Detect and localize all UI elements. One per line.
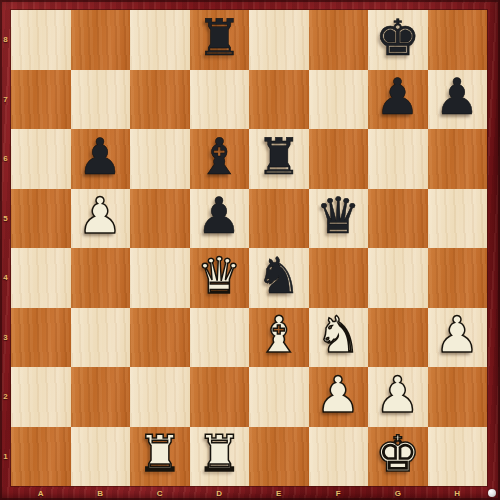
square-b4[interactable] (71, 248, 131, 308)
square-g6[interactable] (368, 129, 428, 189)
square-a3[interactable] (11, 308, 71, 368)
square-g3[interactable] (368, 308, 428, 368)
square-d7[interactable] (190, 70, 250, 130)
square-g2[interactable]: ♟ (368, 367, 428, 427)
rank-label-1: 1 (0, 427, 11, 487)
file-labels: ABCDEFGH (11, 486, 487, 500)
file-label-c: C (130, 486, 190, 500)
black-rook[interactable]: ♜ (190, 8, 250, 68)
square-d8[interactable]: ♜ (190, 10, 250, 70)
rank-labels: 87654321 (0, 10, 11, 486)
square-a5[interactable] (11, 189, 71, 249)
square-a2[interactable] (11, 367, 71, 427)
square-a8[interactable] (11, 10, 71, 70)
file-label-e: E (249, 486, 309, 500)
square-f7[interactable] (309, 70, 369, 130)
rank-label-6: 6 (0, 129, 11, 189)
rank-label-4: 4 (0, 248, 11, 308)
black-rook[interactable]: ♜ (249, 127, 309, 187)
white-pawn[interactable]: ♟ (428, 306, 488, 366)
black-pawn[interactable]: ♟ (71, 127, 131, 187)
white-king[interactable]: ♚ (368, 425, 428, 485)
chess-board-frame: ♜♚♟♟♟♝♜♟♟♛♛♞♝♞♟♟♟♜♜♚ 87654321 ABCDEFGH (0, 0, 500, 500)
square-b3[interactable] (71, 308, 131, 368)
square-c7[interactable] (130, 70, 190, 130)
square-d4[interactable]: ♛ (190, 248, 250, 308)
square-h8[interactable] (428, 10, 488, 70)
square-h5[interactable] (428, 189, 488, 249)
square-e7[interactable] (249, 70, 309, 130)
file-label-h: H (428, 486, 488, 500)
square-e8[interactable] (249, 10, 309, 70)
square-f1[interactable] (309, 427, 369, 487)
square-c3[interactable] (130, 308, 190, 368)
square-f8[interactable] (309, 10, 369, 70)
square-b5[interactable]: ♟ (71, 189, 131, 249)
black-pawn[interactable]: ♟ (190, 187, 250, 247)
black-king[interactable]: ♚ (368, 8, 428, 68)
file-label-a: A (11, 486, 71, 500)
square-b2[interactable] (71, 367, 131, 427)
square-d3[interactable] (190, 308, 250, 368)
rank-label-5: 5 (0, 189, 11, 249)
square-c4[interactable] (130, 248, 190, 308)
square-d1[interactable]: ♜ (190, 427, 250, 487)
black-bishop[interactable]: ♝ (190, 127, 250, 187)
square-g8[interactable]: ♚ (368, 10, 428, 70)
black-pawn[interactable]: ♟ (428, 68, 488, 128)
black-queen[interactable]: ♛ (309, 187, 369, 247)
file-label-b: B (71, 486, 131, 500)
square-d5[interactable]: ♟ (190, 189, 250, 249)
black-pawn[interactable]: ♟ (368, 68, 428, 128)
file-label-g: G (368, 486, 428, 500)
square-d2[interactable] (190, 367, 250, 427)
square-c1[interactable]: ♜ (130, 427, 190, 487)
square-h6[interactable] (428, 129, 488, 189)
square-e1[interactable] (249, 427, 309, 487)
square-f5[interactable]: ♛ (309, 189, 369, 249)
white-pawn[interactable]: ♟ (368, 365, 428, 425)
square-b8[interactable] (71, 10, 131, 70)
square-c5[interactable] (130, 189, 190, 249)
file-label-d: D (190, 486, 250, 500)
square-g5[interactable] (368, 189, 428, 249)
square-h2[interactable] (428, 367, 488, 427)
white-to-move-indicator (488, 489, 496, 497)
square-g1[interactable]: ♚ (368, 427, 428, 487)
square-a6[interactable] (11, 129, 71, 189)
square-e6[interactable]: ♜ (249, 129, 309, 189)
square-c8[interactable] (130, 10, 190, 70)
file-label-f: F (309, 486, 369, 500)
square-h7[interactable]: ♟ (428, 70, 488, 130)
square-f4[interactable] (309, 248, 369, 308)
square-g7[interactable]: ♟ (368, 70, 428, 130)
square-b6[interactable]: ♟ (71, 129, 131, 189)
square-f6[interactable] (309, 129, 369, 189)
square-b7[interactable] (71, 70, 131, 130)
white-rook[interactable]: ♜ (130, 425, 190, 485)
square-h4[interactable] (428, 248, 488, 308)
square-f2[interactable]: ♟ (309, 367, 369, 427)
white-rook[interactable]: ♜ (190, 425, 250, 485)
white-bishop[interactable]: ♝ (249, 306, 309, 366)
square-f3[interactable]: ♞ (309, 308, 369, 368)
square-e4[interactable]: ♞ (249, 248, 309, 308)
black-knight[interactable]: ♞ (249, 246, 309, 306)
square-h3[interactable]: ♟ (428, 308, 488, 368)
square-d6[interactable]: ♝ (190, 129, 250, 189)
rank-label-7: 7 (0, 70, 11, 130)
white-pawn[interactable]: ♟ (71, 187, 131, 247)
square-e5[interactable] (249, 189, 309, 249)
square-h1[interactable] (428, 427, 488, 487)
white-queen[interactable]: ♛ (190, 246, 250, 306)
rank-label-2: 2 (0, 367, 11, 427)
square-a7[interactable] (11, 70, 71, 130)
square-e3[interactable]: ♝ (249, 308, 309, 368)
rank-label-8: 8 (0, 10, 11, 70)
chess-board: ♜♚♟♟♟♝♜♟♟♛♛♞♝♞♟♟♟♜♜♚ (11, 10, 487, 486)
square-b1[interactable] (71, 427, 131, 487)
square-e2[interactable] (249, 367, 309, 427)
square-a4[interactable] (11, 248, 71, 308)
square-c2[interactable] (130, 367, 190, 427)
white-pawn[interactable]: ♟ (309, 365, 369, 425)
white-knight[interactable]: ♞ (309, 306, 369, 366)
square-g4[interactable] (368, 248, 428, 308)
rank-label-3: 3 (0, 308, 11, 368)
square-a1[interactable] (11, 427, 71, 487)
square-c6[interactable] (130, 129, 190, 189)
